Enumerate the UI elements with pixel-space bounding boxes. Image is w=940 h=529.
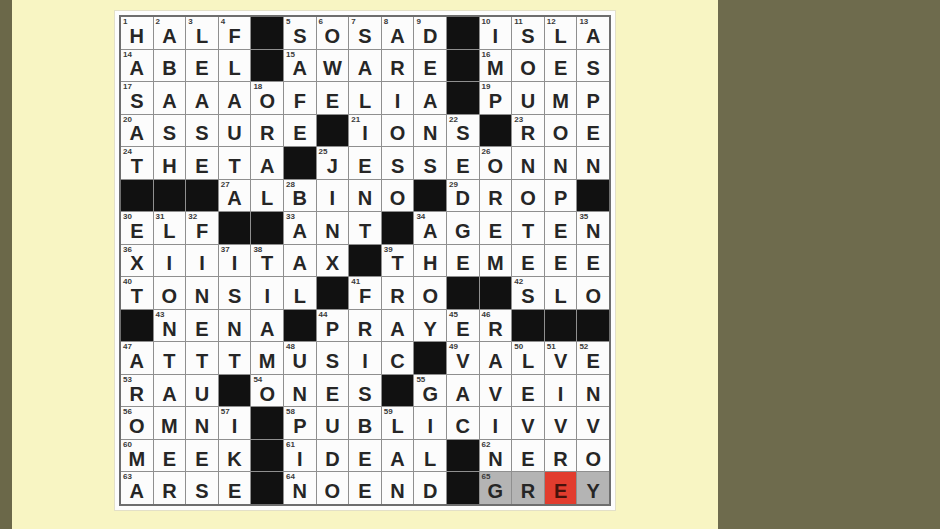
cell-letter: E bbox=[349, 446, 381, 472]
cell-letter: E bbox=[414, 56, 446, 82]
grid-cell: O bbox=[512, 50, 544, 82]
cell-letter: P bbox=[577, 88, 609, 114]
grid-cell: M bbox=[251, 342, 283, 374]
grid-cell: L bbox=[349, 82, 381, 114]
cell-letter: N bbox=[512, 153, 544, 179]
grid-cell: M bbox=[545, 82, 577, 114]
cell-letter: P bbox=[284, 413, 316, 439]
cell-letter: U bbox=[219, 121, 251, 147]
cell-letter: S bbox=[219, 283, 251, 309]
grid-cell: A bbox=[382, 440, 414, 472]
cell-letter: E bbox=[577, 121, 609, 147]
grid-cell: 24T bbox=[121, 147, 153, 179]
grid-cell: V bbox=[512, 407, 544, 439]
cell-letter: T bbox=[186, 348, 218, 374]
cell-letter: S bbox=[512, 283, 544, 309]
cell-letter: H bbox=[414, 251, 446, 277]
grid-cell: O bbox=[382, 180, 414, 212]
grid-cell: S bbox=[317, 342, 349, 374]
grid-cell: 34A bbox=[414, 212, 446, 244]
cell-letter: F bbox=[219, 23, 251, 49]
grid-cell: L bbox=[251, 180, 283, 212]
grid-cell: E bbox=[480, 212, 512, 244]
cell-letter: E bbox=[577, 251, 609, 277]
grid-cell: R bbox=[480, 180, 512, 212]
grid-cell: E bbox=[349, 440, 381, 472]
black-cell bbox=[447, 82, 479, 114]
cell-letter: E bbox=[577, 348, 609, 374]
grid-cell: Y bbox=[414, 310, 446, 342]
grid-cell: R bbox=[382, 277, 414, 309]
grid-cell: 14A bbox=[121, 50, 153, 82]
cell-letter: L bbox=[186, 23, 218, 49]
black-cell bbox=[382, 375, 414, 407]
cell-letter: O bbox=[317, 23, 349, 49]
cell-letter: N bbox=[317, 218, 349, 244]
grid-cell: N bbox=[512, 147, 544, 179]
grid-cell: E bbox=[545, 212, 577, 244]
grid-cell: U bbox=[512, 82, 544, 114]
grid-cell: 8A bbox=[382, 17, 414, 49]
grid-cell: N bbox=[577, 147, 609, 179]
grid-cell: E bbox=[545, 472, 577, 504]
cell-letter: K bbox=[219, 446, 251, 472]
black-cell bbox=[251, 407, 283, 439]
left-edge-strip bbox=[0, 0, 12, 529]
grid-cell: R bbox=[251, 115, 283, 147]
cell-letter: E bbox=[545, 56, 577, 82]
cell-letter: U bbox=[284, 348, 316, 374]
grid-cell: A bbox=[251, 147, 283, 179]
cell-letter: I bbox=[284, 446, 316, 472]
grid-cell: E bbox=[545, 50, 577, 82]
grid-cell: 64N bbox=[284, 472, 316, 504]
cell-letter: V bbox=[447, 348, 479, 374]
cell-letter: L bbox=[382, 413, 414, 439]
cell-letter: N bbox=[545, 153, 577, 179]
cell-letter: E bbox=[349, 478, 381, 504]
cell-letter: N bbox=[186, 283, 218, 309]
grid-cell: I bbox=[154, 245, 186, 277]
grid-cell: 27A bbox=[219, 180, 251, 212]
cell-letter: A bbox=[121, 348, 153, 374]
cell-letter: A bbox=[447, 381, 479, 407]
grid-cell: N bbox=[219, 310, 251, 342]
cell-letter: R bbox=[480, 186, 512, 212]
black-cell bbox=[284, 310, 316, 342]
cell-letter: E bbox=[121, 218, 153, 244]
grid-cell: 3L bbox=[186, 17, 218, 49]
cell-letter: A bbox=[154, 23, 186, 49]
grid-cell: 33A bbox=[284, 212, 316, 244]
grid-cell: 29D bbox=[447, 180, 479, 212]
grid-cell: E bbox=[577, 115, 609, 147]
cell-letter: P bbox=[545, 186, 577, 212]
cell-letter: S bbox=[154, 121, 186, 147]
grid-cell: 48U bbox=[284, 342, 316, 374]
grid-cell: V bbox=[577, 407, 609, 439]
cell-letter: E bbox=[545, 478, 577, 504]
cell-letter: L bbox=[219, 56, 251, 82]
grid-cell: 11S bbox=[512, 17, 544, 49]
grid-cell: N bbox=[186, 277, 218, 309]
grid-cell: 9D bbox=[414, 17, 446, 49]
cell-letter: I bbox=[545, 381, 577, 407]
cell-letter: A bbox=[382, 23, 414, 49]
grid-cell: 39T bbox=[382, 245, 414, 277]
cell-letter: U bbox=[186, 381, 218, 407]
grid-cell: E bbox=[317, 82, 349, 114]
grid-cell: 22S bbox=[447, 115, 479, 147]
cell-letter: N bbox=[577, 218, 609, 244]
grid-cell: 13A bbox=[577, 17, 609, 49]
cell-letter: A bbox=[251, 153, 283, 179]
cell-letter: N bbox=[154, 316, 186, 342]
grid-cell: O bbox=[154, 277, 186, 309]
grid-cell: 15A bbox=[284, 50, 316, 82]
black-cell bbox=[480, 277, 512, 309]
cell-letter: V bbox=[545, 413, 577, 439]
grid-cell: A bbox=[480, 342, 512, 374]
grid-cell: 46R bbox=[480, 310, 512, 342]
grid-cell: 32F bbox=[186, 212, 218, 244]
cell-letter: M bbox=[154, 413, 186, 439]
cell-letter: M bbox=[121, 446, 153, 472]
black-cell bbox=[512, 310, 544, 342]
cell-letter: E bbox=[447, 153, 479, 179]
grid-cell: I bbox=[414, 407, 446, 439]
grid-cell: 49V bbox=[447, 342, 479, 374]
cell-letter: O bbox=[512, 186, 544, 212]
cell-letter: I bbox=[251, 283, 283, 309]
grid-cell: 16M bbox=[480, 50, 512, 82]
cell-letter: A bbox=[349, 56, 381, 82]
grid-cell: A bbox=[154, 82, 186, 114]
cell-letter: T bbox=[219, 153, 251, 179]
cell-letter: I bbox=[154, 251, 186, 277]
cell-letter: E bbox=[512, 381, 544, 407]
grid-cell: T bbox=[219, 147, 251, 179]
grid-cell: 18O bbox=[251, 82, 283, 114]
black-cell bbox=[251, 17, 283, 49]
grid-cell: E bbox=[545, 245, 577, 277]
grid-cell: B bbox=[154, 50, 186, 82]
cell-letter: A bbox=[186, 88, 218, 114]
cell-letter: N bbox=[284, 478, 316, 504]
grid-cell: M bbox=[154, 407, 186, 439]
cell-letter: T bbox=[154, 348, 186, 374]
cell-letter: A bbox=[219, 88, 251, 114]
grid-cell: P bbox=[545, 180, 577, 212]
grid-cell: 60M bbox=[121, 440, 153, 472]
grid-cell: S bbox=[154, 115, 186, 147]
grid-cell: 2A bbox=[154, 17, 186, 49]
grid-cell: 1H bbox=[121, 17, 153, 49]
black-cell bbox=[317, 277, 349, 309]
grid-cell: N bbox=[284, 375, 316, 407]
grid-cell: 26O bbox=[480, 147, 512, 179]
black-cell bbox=[154, 180, 186, 212]
grid-cell: U bbox=[186, 375, 218, 407]
cell-letter: E bbox=[447, 316, 479, 342]
grid-cell: S bbox=[382, 147, 414, 179]
grid-cell: 10I bbox=[480, 17, 512, 49]
cell-letter: O bbox=[317, 478, 349, 504]
cell-letter: B bbox=[284, 186, 316, 212]
cell-letter: O bbox=[251, 88, 283, 114]
cell-letter: V bbox=[512, 413, 544, 439]
cell-letter: S bbox=[414, 153, 446, 179]
cell-letter: O bbox=[414, 283, 446, 309]
grid-cell: O bbox=[317, 472, 349, 504]
black-cell bbox=[577, 180, 609, 212]
black-cell bbox=[447, 277, 479, 309]
grid-cell: O bbox=[577, 277, 609, 309]
grid-cell: 52E bbox=[577, 342, 609, 374]
black-cell bbox=[447, 17, 479, 49]
cell-letter: A bbox=[121, 478, 153, 504]
cell-letter: R bbox=[382, 283, 414, 309]
grid-cell: 31L bbox=[154, 212, 186, 244]
cell-letter: N bbox=[284, 381, 316, 407]
cell-letter: G bbox=[414, 381, 446, 407]
cell-letter: E bbox=[154, 446, 186, 472]
cell-letter: E bbox=[186, 316, 218, 342]
cell-letter: A bbox=[284, 218, 316, 244]
grid-cell: N bbox=[317, 212, 349, 244]
grid-cell: R bbox=[349, 310, 381, 342]
grid-cell: M bbox=[480, 245, 512, 277]
grid-cell: 42S bbox=[512, 277, 544, 309]
cell-letter: O bbox=[251, 381, 283, 407]
cell-letter: S bbox=[447, 121, 479, 147]
grid-cell: E bbox=[317, 375, 349, 407]
grid-cell: E bbox=[186, 310, 218, 342]
cell-letter: I bbox=[317, 186, 349, 212]
grid-cell: A bbox=[414, 82, 446, 114]
cell-letter: X bbox=[317, 251, 349, 277]
cell-letter: B bbox=[154, 56, 186, 82]
grid-cell: N bbox=[349, 180, 381, 212]
grid-cell: E bbox=[447, 147, 479, 179]
cell-letter: R bbox=[512, 121, 544, 147]
grid-cell: A bbox=[382, 310, 414, 342]
cell-letter: A bbox=[251, 316, 283, 342]
grid-cell: N bbox=[186, 407, 218, 439]
cell-letter: M bbox=[480, 56, 512, 82]
cell-letter: P bbox=[480, 88, 512, 114]
cell-letter: S bbox=[349, 381, 381, 407]
cell-letter: L bbox=[349, 88, 381, 114]
grid-cell: 57I bbox=[219, 407, 251, 439]
grid-cell: 5S bbox=[284, 17, 316, 49]
grid-cell: I bbox=[317, 180, 349, 212]
cell-letter: X bbox=[121, 251, 153, 277]
cell-letter: G bbox=[447, 218, 479, 244]
grid-cell: O bbox=[545, 115, 577, 147]
cell-letter: L bbox=[545, 283, 577, 309]
cell-letter: E bbox=[219, 478, 251, 504]
grid-cell: T bbox=[349, 212, 381, 244]
grid-cell: R bbox=[154, 472, 186, 504]
grid-cell: H bbox=[414, 245, 446, 277]
grid-cell: 21I bbox=[349, 115, 381, 147]
cell-letter: R bbox=[251, 121, 283, 147]
cell-letter: T bbox=[121, 283, 153, 309]
cell-letter: H bbox=[154, 153, 186, 179]
cell-letter: A bbox=[154, 88, 186, 114]
cell-letter: N bbox=[219, 316, 251, 342]
cell-letter: O bbox=[577, 283, 609, 309]
grid-cell: F bbox=[284, 82, 316, 114]
black-cell bbox=[251, 212, 283, 244]
grid-cell: C bbox=[382, 342, 414, 374]
cell-letter: L bbox=[251, 186, 283, 212]
cell-letter: I bbox=[186, 251, 218, 277]
grid-cell: E bbox=[186, 50, 218, 82]
grid-cell: 35N bbox=[577, 212, 609, 244]
grid-cell: 56O bbox=[121, 407, 153, 439]
cell-letter: L bbox=[545, 23, 577, 49]
cell-letter: J bbox=[317, 153, 349, 179]
grid-cell: I bbox=[545, 375, 577, 407]
grid-cell: 4F bbox=[219, 17, 251, 49]
black-cell bbox=[251, 50, 283, 82]
grid-cell: S bbox=[186, 115, 218, 147]
grid-cell: 59L bbox=[382, 407, 414, 439]
grid-cell: R bbox=[382, 50, 414, 82]
cell-letter: A bbox=[121, 121, 153, 147]
grid-cell: 19P bbox=[480, 82, 512, 114]
grid-cell: 37I bbox=[219, 245, 251, 277]
grid-cell: S bbox=[219, 277, 251, 309]
grid-cell: N bbox=[545, 147, 577, 179]
cell-letter: A bbox=[219, 186, 251, 212]
cell-letter: I bbox=[349, 121, 381, 147]
cell-letter: N bbox=[577, 381, 609, 407]
grid-cell: 7S bbox=[349, 17, 381, 49]
grid-cell: A bbox=[154, 375, 186, 407]
cell-letter: R bbox=[382, 56, 414, 82]
cell-letter: B bbox=[349, 413, 381, 439]
grid-cell: E bbox=[512, 245, 544, 277]
grid-cell: S bbox=[186, 472, 218, 504]
grid-cell: X bbox=[317, 245, 349, 277]
cell-letter: A bbox=[577, 23, 609, 49]
grid-cell: A bbox=[349, 50, 381, 82]
cell-letter: V bbox=[480, 381, 512, 407]
cell-letter: V bbox=[577, 413, 609, 439]
grid-cell: 6O bbox=[317, 17, 349, 49]
grid-cell: E bbox=[447, 245, 479, 277]
cell-letter: A bbox=[382, 446, 414, 472]
grid-cell: C bbox=[447, 407, 479, 439]
cell-letter: P bbox=[317, 316, 349, 342]
cell-letter: O bbox=[121, 413, 153, 439]
cell-letter: E bbox=[545, 218, 577, 244]
grid-cell: S bbox=[577, 50, 609, 82]
grid-cell: 41F bbox=[349, 277, 381, 309]
cell-letter: I bbox=[382, 88, 414, 114]
cell-letter: M bbox=[480, 251, 512, 277]
grid-cell: 51V bbox=[545, 342, 577, 374]
cell-letter: R bbox=[349, 316, 381, 342]
grid-cell: H bbox=[154, 147, 186, 179]
cell-letter: I bbox=[219, 413, 251, 439]
cell-letter: S bbox=[186, 478, 218, 504]
cell-letter: T bbox=[251, 251, 283, 277]
grid-cell: E bbox=[186, 147, 218, 179]
grid-cell: E bbox=[219, 472, 251, 504]
cell-letter: E bbox=[512, 446, 544, 472]
black-cell bbox=[414, 342, 446, 374]
cell-letter: O bbox=[154, 283, 186, 309]
grid-cell: A bbox=[447, 375, 479, 407]
cell-letter: S bbox=[577, 56, 609, 82]
cell-letter: I bbox=[349, 348, 381, 374]
grid-cell: L bbox=[545, 277, 577, 309]
grid-cell: U bbox=[219, 115, 251, 147]
cell-letter: O bbox=[577, 446, 609, 472]
cell-letter: F bbox=[349, 283, 381, 309]
black-cell bbox=[480, 115, 512, 147]
black-cell bbox=[317, 115, 349, 147]
cell-letter: U bbox=[512, 88, 544, 114]
cell-letter: E bbox=[186, 56, 218, 82]
grid-cell: W bbox=[317, 50, 349, 82]
cell-letter: N bbox=[480, 446, 512, 472]
grid-cell: N bbox=[577, 375, 609, 407]
black-cell bbox=[219, 375, 251, 407]
cell-letter: A bbox=[414, 88, 446, 114]
crossword-board: 1H2A3L4F5S6O7S8A9D10I11S12L13A14ABEL15AW… bbox=[119, 15, 611, 506]
cell-letter: O bbox=[480, 153, 512, 179]
black-cell bbox=[186, 180, 218, 212]
cell-letter: W bbox=[317, 56, 349, 82]
grid-cell: 63A bbox=[121, 472, 153, 504]
cell-letter: L bbox=[414, 446, 446, 472]
cell-letter: S bbox=[317, 348, 349, 374]
grid-cell: I bbox=[251, 277, 283, 309]
cell-letter: M bbox=[545, 88, 577, 114]
cell-letter: D bbox=[414, 23, 446, 49]
cell-letter: D bbox=[414, 478, 446, 504]
grid-cell: D bbox=[317, 440, 349, 472]
grid-cell: L bbox=[219, 50, 251, 82]
grid-cell: I bbox=[480, 407, 512, 439]
cell-letter: E bbox=[545, 251, 577, 277]
cell-letter: C bbox=[382, 348, 414, 374]
black-cell bbox=[577, 310, 609, 342]
cell-letter: O bbox=[382, 121, 414, 147]
cell-letter: N bbox=[349, 186, 381, 212]
grid-cell: E bbox=[284, 115, 316, 147]
cell-letter: C bbox=[447, 413, 479, 439]
black-cell bbox=[349, 245, 381, 277]
cell-letter: T bbox=[382, 251, 414, 277]
cell-letter: N bbox=[577, 153, 609, 179]
grid-cell: 23R bbox=[512, 115, 544, 147]
grid-cell: 65G bbox=[480, 472, 512, 504]
cell-letter: S bbox=[284, 23, 316, 49]
cell-letter: R bbox=[545, 446, 577, 472]
cell-letter: E bbox=[447, 251, 479, 277]
cell-letter: Y bbox=[577, 478, 609, 504]
grid-cell: S bbox=[349, 375, 381, 407]
right-side-panel bbox=[718, 0, 940, 529]
grid-cell: 40T bbox=[121, 277, 153, 309]
cell-letter: M bbox=[251, 348, 283, 374]
